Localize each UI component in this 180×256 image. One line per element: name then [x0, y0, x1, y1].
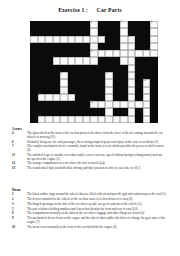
blocked-cell	[53, 43, 61, 50]
blocked-cell	[83, 50, 91, 57]
answer-cell[interactable]: 9	[105, 72, 113, 79]
answer-cell[interactable]	[143, 94, 151, 101]
blocked-cell	[113, 65, 121, 72]
blocked-cell	[83, 65, 91, 72]
blocked-cell	[90, 65, 98, 72]
blocked-cell	[90, 87, 98, 94]
clue-number: 4	[30, 35, 31, 38]
blocked-cell	[45, 57, 53, 64]
blocked-cell	[30, 21, 38, 28]
blocked-cell	[98, 79, 106, 86]
blocked-cell	[135, 79, 143, 86]
exercise-label: Exercise 1 :	[58, 7, 88, 13]
answer-cell[interactable]: 4	[30, 36, 38, 43]
blocked-cell	[105, 43, 113, 50]
blocked-cell	[83, 87, 91, 94]
answer-cell[interactable]	[60, 57, 68, 64]
down-clue-list: 1The black rubber rings around the wheel…	[12, 193, 172, 229]
clue-number-label: 13	[12, 167, 27, 171]
blocked-cell	[60, 101, 68, 108]
answer-cell[interactable]	[45, 94, 53, 101]
blocked-cell	[53, 108, 61, 115]
blocked-cell	[83, 94, 91, 101]
blocked-cell	[150, 57, 158, 64]
answer-cell[interactable]	[53, 94, 61, 101]
clue-number-label: 11	[12, 154, 27, 161]
blocked-cell	[38, 57, 46, 64]
answer-cell[interactable]	[128, 79, 136, 86]
answer-cell[interactable]	[83, 116, 91, 123]
answer-cell[interactable]	[60, 36, 68, 43]
blocked-cell	[45, 28, 53, 35]
blocked-cell	[30, 101, 38, 108]
clue-text: The glass shield at the front of the car…	[27, 132, 172, 139]
answer-cell[interactable]	[120, 43, 128, 50]
blocked-cell	[135, 43, 143, 50]
worksheet-page: { "game": "crossword", "title": { "exerc…	[0, 0, 180, 256]
answer-cell[interactable]	[105, 116, 113, 123]
clue-number-label: 4	[12, 132, 27, 139]
blocked-cell	[60, 50, 68, 57]
blocked-cell	[135, 116, 143, 123]
clue-text: The complex mechanical device normally f…	[27, 145, 172, 152]
blocked-cell	[75, 43, 83, 50]
blocked-cell	[98, 57, 106, 64]
answer-cell[interactable]	[128, 72, 136, 79]
answer-cell[interactable]	[135, 50, 143, 57]
answer-cell[interactable]	[98, 116, 106, 123]
across-clue-list: 4The glass shield at the front of the ca…	[12, 132, 172, 171]
blocked-cell	[83, 72, 91, 79]
answer-cell[interactable]: 11	[38, 94, 46, 101]
blocked-cell	[113, 43, 121, 50]
blocked-cell	[105, 21, 113, 28]
blocked-cell	[83, 101, 91, 108]
answer-cell[interactable]	[98, 50, 106, 57]
blocked-cell	[30, 43, 38, 50]
answer-cell[interactable]	[128, 87, 136, 94]
blocked-cell	[38, 43, 46, 50]
blocked-cell	[60, 21, 68, 28]
clue-number-label: 1	[12, 193, 27, 197]
clue-text: The matched cogs of variable sizes that …	[27, 154, 172, 161]
answer-cell[interactable]	[120, 101, 128, 108]
answer-cell[interactable]	[68, 116, 76, 123]
blocked-cell	[120, 65, 128, 72]
answer-cell[interactable]	[113, 50, 121, 57]
blocked-cell	[120, 72, 128, 79]
clue-number-label: 9	[12, 217, 27, 224]
blocked-cell	[45, 87, 53, 94]
answer-cell[interactable]	[105, 101, 113, 108]
blocked-cell	[75, 79, 83, 86]
answer-cell[interactable]	[105, 50, 113, 57]
blocked-cell	[30, 72, 38, 79]
blocked-cell	[38, 101, 46, 108]
clue-number: 8	[61, 72, 62, 75]
blocked-cell	[150, 79, 158, 86]
blocked-cell	[53, 79, 61, 86]
blocked-cell	[68, 101, 76, 108]
blocked-cell	[143, 43, 151, 50]
answer-cell[interactable]	[83, 36, 91, 43]
blocked-cell	[30, 50, 38, 57]
answer-cell[interactable]	[143, 101, 151, 108]
blocked-cell	[135, 36, 143, 43]
answer-cell[interactable]	[150, 36, 158, 43]
answer-cell[interactable]	[128, 43, 136, 50]
across-section: Across 4The glass shield at the front of…	[12, 127, 172, 171]
blocked-cell	[135, 21, 143, 28]
blocked-cell	[143, 36, 151, 43]
blocked-cell	[68, 43, 76, 50]
blocked-cell	[53, 87, 61, 94]
blocked-cell	[135, 72, 143, 79]
clue-number: 5	[128, 35, 129, 38]
blocked-cell	[113, 87, 121, 94]
clue-number: 7	[53, 57, 54, 60]
blocked-cell	[98, 108, 106, 115]
blocked-cell	[83, 28, 91, 35]
clue-number-label: 5	[12, 208, 27, 212]
blocked-cell	[98, 72, 106, 79]
blocked-cell	[45, 21, 53, 28]
blocked-cell	[45, 108, 53, 115]
blocked-cell	[30, 65, 38, 72]
answer-cell[interactable]	[90, 116, 98, 123]
clue-number-label: 10	[12, 226, 27, 230]
answer-cell[interactable]	[143, 116, 151, 123]
answer-cell[interactable]	[120, 50, 128, 57]
blocked-cell	[105, 57, 113, 64]
blocked-cell	[68, 50, 76, 57]
page-title: Exercise 1 : Car Parts	[0, 7, 180, 13]
answer-cell[interactable]	[113, 116, 121, 123]
blocked-cell	[83, 108, 91, 115]
blocked-cell	[30, 108, 38, 115]
blocked-cell	[105, 28, 113, 35]
answer-cell[interactable]	[90, 57, 98, 64]
blocked-cell	[75, 101, 83, 108]
blocked-cell	[38, 50, 46, 57]
blocked-cell	[60, 108, 68, 115]
answer-cell[interactable]	[60, 87, 68, 94]
blocked-cell	[75, 72, 83, 79]
blocked-cell	[68, 65, 76, 72]
blocked-cell	[120, 79, 128, 86]
blocked-cell	[90, 108, 98, 115]
blocked-cell	[60, 43, 68, 50]
answer-cell[interactable]	[128, 116, 136, 123]
answer-cell[interactable]	[128, 65, 136, 72]
clue-number: 3	[151, 21, 152, 24]
answer-cell[interactable]: 5	[128, 36, 136, 43]
blocked-cell	[120, 87, 128, 94]
answer-cell[interactable]: 7	[53, 57, 61, 64]
blocked-cell	[90, 79, 98, 86]
answer-cell[interactable]	[68, 94, 76, 101]
blocked-cell	[53, 72, 61, 79]
answer-cell[interactable]: 13	[38, 116, 46, 123]
blocked-cell	[68, 28, 76, 35]
answer-cell[interactable]	[53, 36, 61, 43]
blocked-cell	[135, 94, 143, 101]
blocked-cell	[45, 65, 53, 72]
blocked-cell	[98, 87, 106, 94]
blocked-cell	[45, 50, 53, 57]
clue-number-label: 7	[12, 145, 27, 152]
answer-cell[interactable]	[150, 50, 158, 57]
blocked-cell	[143, 57, 151, 64]
blocked-cell	[75, 50, 83, 57]
answer-cell[interactable]	[113, 101, 121, 108]
answer-cell[interactable]	[128, 94, 136, 101]
blocked-cell	[113, 72, 121, 79]
clue-number: 11	[38, 93, 41, 96]
blocked-cell	[60, 28, 68, 35]
answer-cell[interactable]	[68, 36, 76, 43]
answer-cell[interactable]	[120, 57, 128, 64]
answer-cell[interactable]: 6	[90, 50, 98, 57]
answer-cell[interactable]	[143, 108, 151, 115]
blocked-cell	[128, 21, 136, 28]
blocked-cell	[150, 65, 158, 72]
blocked-cell	[120, 94, 128, 101]
blocked-cell	[150, 94, 158, 101]
answer-cell[interactable]	[120, 28, 128, 35]
clue-number: 2	[121, 21, 122, 24]
answer-cell[interactable]	[45, 116, 53, 123]
blocked-cell	[113, 21, 121, 28]
blocked-cell	[83, 43, 91, 50]
blocked-cell	[53, 28, 61, 35]
answer-cell[interactable]	[150, 28, 158, 35]
blocked-cell	[98, 94, 106, 101]
answer-cell[interactable]	[60, 79, 68, 86]
answer-cell[interactable]	[143, 50, 151, 57]
answer-cell[interactable]	[150, 43, 158, 50]
blocked-cell	[30, 79, 38, 86]
clue-text: The hinged openings on the side of the c…	[27, 203, 172, 207]
answer-cell[interactable]	[120, 36, 128, 43]
clue-number: 10	[143, 79, 146, 82]
blocked-cell	[143, 28, 151, 35]
answer-cell[interactable]	[128, 50, 136, 57]
answer-cell[interactable]	[105, 87, 113, 94]
clue-number-label: 2	[12, 198, 27, 202]
blocked-cell	[150, 101, 158, 108]
blocked-cell	[75, 108, 83, 115]
blocked-cell	[135, 87, 143, 94]
blocked-cell	[150, 116, 158, 123]
answer-cell[interactable]: 3	[150, 21, 158, 28]
blocked-cell	[75, 94, 83, 101]
blocked-cell	[75, 65, 83, 72]
blocked-cell	[113, 28, 121, 35]
answer-cell[interactable]	[135, 101, 143, 108]
clue-number-label: 3	[12, 203, 27, 207]
answer-cell[interactable]	[75, 116, 83, 123]
blocked-cell	[45, 72, 53, 79]
blocked-cell	[38, 28, 46, 35]
blocked-cell	[135, 108, 143, 115]
blocked-cell	[75, 87, 83, 94]
blocked-cell	[113, 79, 121, 86]
blocked-cell	[30, 57, 38, 64]
blocked-cell	[150, 72, 158, 79]
blocked-cell	[113, 108, 121, 115]
blocked-cell	[83, 79, 91, 86]
blocked-cell	[135, 28, 143, 35]
blocked-cell	[38, 72, 46, 79]
clue-number: 6	[91, 50, 92, 53]
blocked-cell	[113, 36, 121, 43]
clue-number: 13	[38, 115, 41, 118]
answer-cell[interactable]	[83, 57, 91, 64]
blocked-cell	[98, 28, 106, 35]
blocked-cell	[83, 21, 91, 28]
blocked-cell	[30, 116, 38, 123]
blocked-cell	[45, 79, 53, 86]
blocked-cell	[38, 79, 46, 86]
answer-cell[interactable]	[128, 57, 136, 64]
answer-cell[interactable]	[90, 36, 98, 43]
answer-cell[interactable]	[105, 79, 113, 86]
blocked-cell	[150, 108, 158, 115]
blocked-cell	[98, 21, 106, 28]
clue-text: The metal cover normally at the front of…	[27, 226, 172, 230]
clue-text: The mechanical device between the engine…	[27, 217, 172, 224]
down-section: Down 1The black rubber rings around the …	[12, 188, 172, 229]
answer-cell[interactable]	[105, 108, 113, 115]
clue-text: The round wheel that you hold while driv…	[27, 167, 172, 171]
clue-number-label: 6	[12, 141, 27, 145]
clue-number: 1	[91, 21, 92, 24]
blocked-cell	[90, 72, 98, 79]
clue-number-label: 8	[12, 212, 27, 216]
answer-cell[interactable]: 12	[90, 101, 98, 108]
blocked-cell	[98, 43, 106, 50]
blocked-cell	[113, 57, 121, 64]
answer-cell[interactable]	[60, 94, 68, 101]
answer-cell[interactable]	[90, 28, 98, 35]
blocked-cell	[120, 108, 128, 115]
blocked-cell	[30, 87, 38, 94]
blocked-cell	[68, 108, 76, 115]
answer-cell[interactable]	[120, 116, 128, 123]
blocked-cell	[38, 21, 46, 28]
blocked-cell	[53, 21, 61, 28]
blocked-cell	[53, 65, 61, 72]
answer-cell[interactable]: 1	[90, 21, 98, 28]
topic-label: Car Parts	[97, 7, 122, 13]
answer-cell[interactable]: 2	[120, 21, 128, 28]
blocked-cell	[135, 65, 143, 72]
answer-cell[interactable]	[128, 101, 136, 108]
answer-cell[interactable]	[98, 36, 106, 43]
answer-cell[interactable]	[38, 36, 46, 43]
answer-cell[interactable]	[53, 116, 61, 123]
answer-cell[interactable]	[143, 87, 151, 94]
blocked-cell	[135, 57, 143, 64]
answer-cell[interactable]	[60, 116, 68, 123]
blocked-cell	[45, 101, 53, 108]
clue-number: 9	[106, 72, 107, 75]
blocked-cell	[105, 36, 113, 43]
answer-cell[interactable]	[75, 57, 83, 64]
answer-cell[interactable]	[68, 57, 76, 64]
blocked-cell	[75, 28, 83, 35]
blocked-cell	[75, 21, 83, 28]
answer-cell[interactable]	[105, 94, 113, 101]
blocked-cell	[68, 72, 76, 79]
blocked-cell	[30, 94, 38, 101]
blocked-cell	[53, 101, 61, 108]
blocked-cell	[45, 43, 53, 50]
blocked-cell	[150, 87, 158, 94]
blocked-cell	[98, 65, 106, 72]
blocked-cell	[68, 87, 76, 94]
blocked-cell	[38, 65, 46, 72]
answer-cell[interactable]	[128, 108, 136, 115]
blocked-cell	[68, 79, 76, 86]
blocked-cell	[143, 65, 151, 72]
answer-cell[interactable]: 10	[143, 79, 151, 86]
answer-cell[interactable]	[45, 36, 53, 43]
crossword-grid: 12345678910111213	[30, 21, 158, 123]
answer-cell[interactable]	[75, 36, 83, 43]
answer-cell[interactable]: 8	[60, 72, 68, 79]
clue-number: 12	[91, 101, 94, 104]
blocked-cell	[143, 21, 151, 28]
blocked-cell	[68, 21, 76, 28]
blocked-cell	[113, 94, 121, 101]
answer-cell[interactable]	[98, 101, 106, 108]
